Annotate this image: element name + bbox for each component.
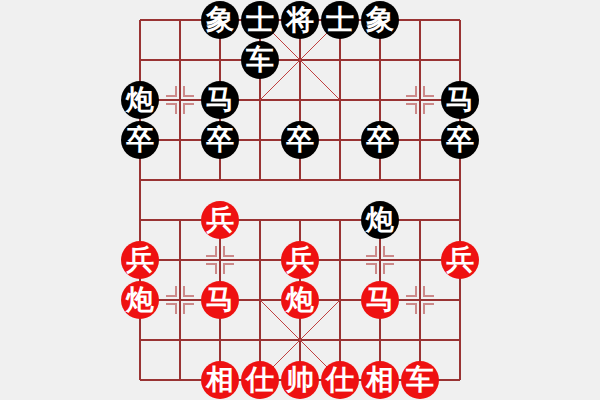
red-soldier[interactable]: 兵: [121, 241, 159, 279]
black-soldier[interactable]: 卒: [441, 121, 479, 159]
black-soldier[interactable]: 卒: [121, 121, 159, 159]
black-soldier[interactable]: 卒: [281, 121, 319, 159]
red-elephant[interactable]: 相: [361, 361, 399, 399]
red-chariot[interactable]: 车: [401, 361, 439, 399]
red-cannon[interactable]: 炮: [281, 281, 319, 319]
piece-grid: 象士将士象车炮马马卒卒卒卒卒炮兵兵兵兵炮马炮马相仕帅仕相车: [120, 0, 480, 400]
red-soldier[interactable]: 兵: [441, 241, 479, 279]
red-advisor[interactable]: 仕: [321, 361, 359, 399]
black-chariot[interactable]: 车: [241, 41, 279, 79]
red-soldier[interactable]: 兵: [281, 241, 319, 279]
black-cannon[interactable]: 炮: [121, 81, 159, 119]
black-horse[interactable]: 马: [201, 81, 239, 119]
red-elephant[interactable]: 相: [201, 361, 239, 399]
black-elephant[interactable]: 象: [201, 1, 239, 39]
red-horse[interactable]: 马: [361, 281, 399, 319]
red-cannon[interactable]: 炮: [121, 281, 159, 319]
black-soldier[interactable]: 卒: [361, 121, 399, 159]
black-advisor[interactable]: 士: [321, 1, 359, 39]
xiangqi-board: 象士将士象车炮马马卒卒卒卒卒炮兵兵兵兵炮马炮马相仕帅仕相车: [0, 0, 600, 400]
red-advisor[interactable]: 仕: [241, 361, 279, 399]
black-advisor[interactable]: 士: [241, 1, 279, 39]
black-cannon[interactable]: 炮: [361, 201, 399, 239]
black-general[interactable]: 将: [281, 1, 319, 39]
red-soldier[interactable]: 兵: [201, 201, 239, 239]
black-elephant[interactable]: 象: [361, 1, 399, 39]
black-horse[interactable]: 马: [441, 81, 479, 119]
red-horse[interactable]: 马: [201, 281, 239, 319]
red-general[interactable]: 帅: [281, 361, 319, 399]
black-soldier[interactable]: 卒: [201, 121, 239, 159]
